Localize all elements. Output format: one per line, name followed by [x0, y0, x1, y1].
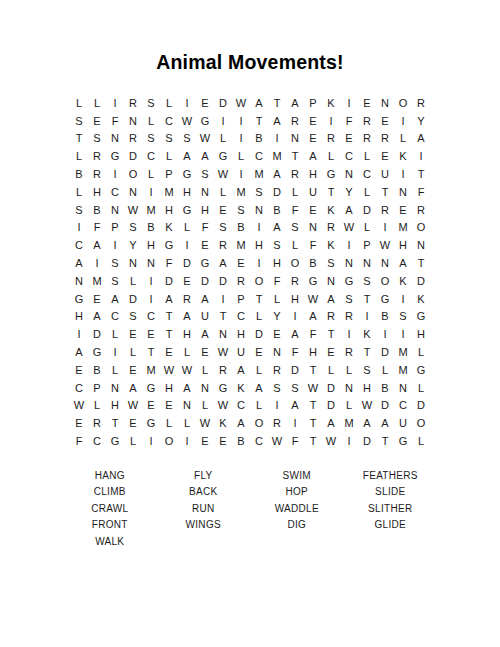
grid-cell[interactable]: N — [124, 183, 142, 201]
grid-cell[interactable]: C — [340, 147, 358, 165]
grid-cell[interactable]: A — [106, 290, 124, 308]
grid-cell[interactable]: T — [322, 325, 340, 343]
grid-cell[interactable]: T — [412, 165, 430, 183]
grid-cell[interactable]: G — [412, 308, 430, 326]
grid-cell[interactable]: B — [304, 254, 322, 272]
grid-cell[interactable]: M — [142, 201, 160, 219]
grid-cell[interactable]: T — [268, 94, 286, 112]
grid-cell[interactable]: L — [160, 414, 178, 432]
grid-cell[interactable]: N — [376, 254, 394, 272]
grid-cell[interactable]: E — [70, 361, 88, 379]
grid-cell[interactable]: O — [412, 219, 430, 237]
grid-cell[interactable]: H — [304, 165, 322, 183]
grid-cell[interactable]: H — [394, 236, 412, 254]
grid-cell[interactable]: D — [376, 343, 394, 361]
grid-cell[interactable]: H — [268, 254, 286, 272]
grid-cell[interactable]: O — [412, 414, 430, 432]
grid-cell[interactable]: H — [286, 290, 304, 308]
grid-cell[interactable]: E — [340, 130, 358, 148]
grid-cell[interactable]: I — [142, 183, 160, 201]
grid-cell[interactable]: L — [250, 397, 268, 415]
grid-cell[interactable]: G — [178, 201, 196, 219]
grid-cell[interactable]: T — [322, 183, 340, 201]
grid-cell[interactable]: I — [394, 325, 412, 343]
grid-cell[interactable]: F — [268, 272, 286, 290]
grid-cell[interactable]: T — [304, 432, 322, 450]
grid-cell[interactable]: A — [70, 343, 88, 361]
grid-cell[interactable]: N — [340, 254, 358, 272]
grid-cell[interactable]: K — [322, 236, 340, 254]
grid-cell[interactable]: A — [232, 414, 250, 432]
grid-cell[interactable]: G — [88, 343, 106, 361]
grid-cell[interactable]: E — [124, 414, 142, 432]
grid-cell[interactable]: W — [178, 112, 196, 130]
grid-cell[interactable]: F — [70, 432, 88, 450]
grid-cell[interactable]: A — [178, 379, 196, 397]
grid-cell[interactable]: E — [160, 397, 178, 415]
grid-cell[interactable]: S — [268, 236, 286, 254]
grid-cell[interactable]: F — [286, 432, 304, 450]
grid-cell[interactable]: A — [322, 290, 340, 308]
grid-cell[interactable]: I — [232, 165, 250, 183]
grid-cell[interactable]: W — [376, 236, 394, 254]
grid-cell[interactable]: A — [304, 147, 322, 165]
grid-cell[interactable]: I — [70, 219, 88, 237]
grid-cell[interactable]: L — [70, 147, 88, 165]
grid-cell[interactable]: M — [394, 343, 412, 361]
grid-cell[interactable]: I — [106, 165, 124, 183]
grid-cell[interactable]: B — [88, 201, 106, 219]
grid-cell[interactable]: H — [160, 201, 178, 219]
grid-cell[interactable]: H — [88, 183, 106, 201]
grid-cell[interactable]: R — [376, 130, 394, 148]
grid-cell[interactable]: A — [286, 397, 304, 415]
grid-cell[interactable]: D — [124, 290, 142, 308]
grid-cell[interactable]: E — [214, 201, 232, 219]
grid-cell[interactable]: W — [124, 397, 142, 415]
grid-cell[interactable]: I — [394, 112, 412, 130]
grid-cell[interactable]: I — [232, 112, 250, 130]
grid-cell[interactable]: G — [178, 165, 196, 183]
grid-cell[interactable]: D — [268, 183, 286, 201]
grid-cell[interactable]: L — [268, 290, 286, 308]
grid-cell[interactable]: W — [160, 361, 178, 379]
grid-cell[interactable]: Y — [268, 308, 286, 326]
grid-cell[interactable]: H — [70, 308, 88, 326]
grid-cell[interactable]: T — [304, 397, 322, 415]
grid-cell[interactable]: S — [70, 201, 88, 219]
grid-cell[interactable]: M — [340, 414, 358, 432]
grid-cell[interactable]: L — [106, 325, 124, 343]
grid-cell[interactable]: I — [340, 94, 358, 112]
grid-cell[interactable]: B — [250, 130, 268, 148]
grid-cell[interactable]: I — [106, 236, 124, 254]
grid-cell[interactable]: M — [232, 236, 250, 254]
grid-cell[interactable]: S — [142, 94, 160, 112]
grid-cell[interactable]: W — [178, 361, 196, 379]
grid-cell[interactable]: C — [232, 397, 250, 415]
grid-cell[interactable]: P — [232, 290, 250, 308]
grid-cell[interactable]: S — [196, 165, 214, 183]
grid-cell[interactable]: E — [304, 130, 322, 148]
grid-cell[interactable]: W — [214, 343, 232, 361]
grid-cell[interactable]: C — [142, 308, 160, 326]
grid-cell[interactable]: E — [160, 343, 178, 361]
grid-cell[interactable]: N — [196, 183, 214, 201]
grid-cell[interactable]: R — [340, 343, 358, 361]
grid-cell[interactable]: M — [232, 183, 250, 201]
grid-cell[interactable]: N — [106, 379, 124, 397]
grid-cell[interactable]: C — [106, 308, 124, 326]
grid-cell[interactable]: S — [358, 361, 376, 379]
grid-cell[interactable]: I — [142, 272, 160, 290]
grid-cell[interactable]: D — [160, 272, 178, 290]
grid-cell[interactable]: S — [250, 183, 268, 201]
grid-cell[interactable]: L — [124, 343, 142, 361]
grid-cell[interactable]: W — [304, 290, 322, 308]
grid-cell[interactable]: W — [268, 432, 286, 450]
grid-cell[interactable]: F — [88, 219, 106, 237]
grid-cell[interactable]: I — [88, 254, 106, 272]
grid-cell[interactable]: M — [250, 165, 268, 183]
grid-cell[interactable]: S — [88, 130, 106, 148]
grid-cell[interactable]: U — [394, 414, 412, 432]
grid-cell[interactable]: F — [106, 112, 124, 130]
grid-cell[interactable]: G — [304, 272, 322, 290]
grid-cell[interactable]: S — [214, 219, 232, 237]
grid-cell[interactable]: I — [232, 130, 250, 148]
grid-cell[interactable]: E — [142, 397, 160, 415]
grid-cell[interactable]: I — [412, 147, 430, 165]
grid-cell[interactable]: F — [304, 325, 322, 343]
grid-cell[interactable]: R — [340, 308, 358, 326]
grid-cell[interactable]: Y — [124, 236, 142, 254]
grid-cell[interactable]: E — [268, 325, 286, 343]
grid-cell[interactable]: A — [178, 308, 196, 326]
grid-cell[interactable]: B — [376, 308, 394, 326]
grid-cell[interactable]: F — [304, 236, 322, 254]
grid-cell[interactable]: L — [358, 183, 376, 201]
grid-cell[interactable]: R — [232, 272, 250, 290]
grid-cell[interactable]: A — [304, 308, 322, 326]
grid-cell[interactable]: N — [268, 343, 286, 361]
grid-cell[interactable]: L — [412, 379, 430, 397]
grid-cell[interactable]: I — [394, 290, 412, 308]
grid-cell[interactable]: N — [250, 201, 268, 219]
grid-cell[interactable]: L — [412, 343, 430, 361]
grid-cell[interactable]: D — [124, 147, 142, 165]
grid-cell[interactable]: L — [286, 236, 304, 254]
grid-cell[interactable]: R — [214, 236, 232, 254]
grid-cell[interactable]: H — [196, 201, 214, 219]
grid-cell[interactable]: L — [142, 112, 160, 130]
grid-cell[interactable]: N — [358, 254, 376, 272]
grid-cell[interactable]: A — [196, 290, 214, 308]
grid-cell[interactable]: W — [232, 94, 250, 112]
grid-cell[interactable]: L — [412, 432, 430, 450]
grid-cell[interactable]: I — [178, 432, 196, 450]
grid-cell[interactable]: L — [88, 397, 106, 415]
grid-cell[interactable]: E — [376, 112, 394, 130]
grid-cell[interactable]: C — [70, 236, 88, 254]
grid-cell[interactable]: G — [394, 432, 412, 450]
grid-cell[interactable]: E — [322, 343, 340, 361]
grid-cell[interactable]: I — [250, 219, 268, 237]
grid-cell[interactable]: M — [394, 361, 412, 379]
grid-cell[interactable]: E — [394, 201, 412, 219]
grid-cell[interactable]: E — [196, 343, 214, 361]
grid-cell[interactable]: L — [358, 147, 376, 165]
grid-cell[interactable]: S — [322, 254, 340, 272]
grid-cell[interactable]: L — [106, 361, 124, 379]
grid-cell[interactable]: G — [340, 272, 358, 290]
grid-cell[interactable]: E — [196, 94, 214, 112]
grid-cell[interactable]: T — [304, 361, 322, 379]
grid-cell[interactable]: R — [268, 414, 286, 432]
grid-cell[interactable]: C — [250, 432, 268, 450]
grid-cell[interactable]: K — [394, 272, 412, 290]
grid-cell[interactable]: E — [304, 201, 322, 219]
grid-cell[interactable]: I — [268, 397, 286, 415]
grid-cell[interactable]: I — [340, 432, 358, 450]
grid-cell[interactable]: W — [304, 379, 322, 397]
grid-cell[interactable]: L — [160, 147, 178, 165]
grid-cell[interactable]: R — [412, 201, 430, 219]
grid-cell[interactable]: K — [322, 201, 340, 219]
grid-cell[interactable]: E — [250, 343, 268, 361]
grid-cell[interactable]: S — [268, 379, 286, 397]
grid-cell[interactable]: I — [106, 94, 124, 112]
grid-cell[interactable]: Y — [412, 112, 430, 130]
grid-cell[interactable]: C — [142, 147, 160, 165]
grid-cell[interactable]: R — [88, 414, 106, 432]
grid-cell[interactable]: R — [412, 94, 430, 112]
grid-cell[interactable]: A — [196, 147, 214, 165]
grid-cell[interactable]: R — [124, 130, 142, 148]
grid-cell[interactable]: L — [70, 183, 88, 201]
grid-cell[interactable]: S — [160, 130, 178, 148]
grid-cell[interactable]: T — [376, 183, 394, 201]
grid-cell[interactable]: T — [250, 112, 268, 130]
grid-cell[interactable]: A — [250, 94, 268, 112]
grid-cell[interactable]: I — [214, 112, 232, 130]
grid-cell[interactable]: F — [160, 254, 178, 272]
grid-cell[interactable]: R — [268, 361, 286, 379]
grid-cell[interactable]: H — [232, 325, 250, 343]
grid-cell[interactable]: S — [286, 379, 304, 397]
grid-cell[interactable]: H — [412, 325, 430, 343]
grid-cell[interactable]: S — [340, 290, 358, 308]
grid-cell[interactable]: R — [286, 165, 304, 183]
grid-cell[interactable]: U — [304, 183, 322, 201]
grid-cell[interactable]: L — [250, 361, 268, 379]
grid-cell[interactable]: O — [160, 432, 178, 450]
grid-cell[interactable]: N — [340, 165, 358, 183]
grid-cell[interactable]: F — [286, 201, 304, 219]
grid-cell[interactable]: W — [214, 397, 232, 415]
grid-cell[interactable]: N — [124, 254, 142, 272]
grid-cell[interactable]: D — [88, 325, 106, 343]
grid-cell[interactable]: D — [412, 397, 430, 415]
grid-cell[interactable]: K — [358, 325, 376, 343]
grid-cell[interactable]: T — [160, 325, 178, 343]
grid-cell[interactable]: I — [376, 325, 394, 343]
grid-cell[interactable]: L — [178, 343, 196, 361]
grid-cell[interactable]: D — [358, 201, 376, 219]
grid-cell[interactable]: S — [142, 130, 160, 148]
grid-cell[interactable]: I — [394, 165, 412, 183]
grid-cell[interactable]: K — [412, 290, 430, 308]
grid-cell[interactable]: I — [70, 325, 88, 343]
grid-cell[interactable]: E — [358, 94, 376, 112]
grid-cell[interactable]: F — [286, 343, 304, 361]
grid-cell[interactable]: N — [412, 236, 430, 254]
grid-cell[interactable]: M — [394, 219, 412, 237]
grid-cell[interactable]: T — [376, 432, 394, 450]
grid-cell[interactable]: H — [358, 379, 376, 397]
grid-cell[interactable]: A — [124, 379, 142, 397]
grid-cell[interactable]: K — [232, 379, 250, 397]
grid-cell[interactable]: I — [214, 290, 232, 308]
grid-cell[interactable]: N — [106, 130, 124, 148]
grid-cell[interactable]: W — [214, 165, 232, 183]
grid-cell[interactable]: M — [88, 272, 106, 290]
grid-cell[interactable]: R — [286, 272, 304, 290]
grid-cell[interactable]: L — [142, 165, 160, 183]
grid-cell[interactable]: I — [340, 236, 358, 254]
grid-cell[interactable]: I — [286, 308, 304, 326]
grid-cell[interactable]: R — [322, 130, 340, 148]
grid-cell[interactable]: C — [160, 112, 178, 130]
grid-cell[interactable]: P — [106, 219, 124, 237]
grid-cell[interactable]: A — [322, 414, 340, 432]
grid-cell[interactable]: N — [304, 219, 322, 237]
grid-cell[interactable]: C — [70, 379, 88, 397]
grid-cell[interactable]: D — [322, 397, 340, 415]
grid-cell[interactable]: R — [178, 290, 196, 308]
grid-cell[interactable]: S — [70, 112, 88, 130]
grid-cell[interactable]: E — [178, 272, 196, 290]
grid-cell[interactable]: L — [340, 361, 358, 379]
grid-cell[interactable]: N — [394, 379, 412, 397]
grid-cell[interactable]: N — [124, 112, 142, 130]
grid-cell[interactable]: A — [268, 165, 286, 183]
grid-cell[interactable]: A — [196, 325, 214, 343]
grid-cell[interactable]: S — [124, 308, 142, 326]
grid-cell[interactable]: A — [376, 414, 394, 432]
grid-cell[interactable]: U — [376, 165, 394, 183]
grid-cell[interactable]: L — [394, 130, 412, 148]
grid-cell[interactable]: N — [196, 379, 214, 397]
grid-cell[interactable]: I — [142, 290, 160, 308]
grid-cell[interactable]: K — [160, 219, 178, 237]
grid-cell[interactable]: L — [322, 147, 340, 165]
grid-cell[interactable]: N — [214, 325, 232, 343]
grid-cell[interactable]: O — [124, 165, 142, 183]
grid-cell[interactable]: A — [178, 147, 196, 165]
grid-cell[interactable]: A — [286, 94, 304, 112]
grid-cell[interactable]: C — [232, 308, 250, 326]
grid-cell[interactable]: R — [376, 201, 394, 219]
grid-cell[interactable]: L — [376, 361, 394, 379]
grid-cell[interactable]: L — [196, 361, 214, 379]
grid-cell[interactable]: G — [214, 379, 232, 397]
grid-cell[interactable]: I — [250, 254, 268, 272]
grid-cell[interactable]: W — [124, 201, 142, 219]
grid-cell[interactable]: M — [160, 183, 178, 201]
grid-cell[interactable]: R — [124, 94, 142, 112]
grid-cell[interactable]: K — [214, 414, 232, 432]
grid-cell[interactable]: G — [142, 379, 160, 397]
grid-cell[interactable]: H — [142, 236, 160, 254]
grid-cell[interactable]: F — [340, 112, 358, 130]
grid-cell[interactable]: T — [358, 290, 376, 308]
grid-cell[interactable]: O — [286, 254, 304, 272]
grid-cell[interactable]: L — [340, 397, 358, 415]
grid-cell[interactable]: T — [214, 308, 232, 326]
grid-cell[interactable]: W — [196, 130, 214, 148]
grid-cell[interactable]: N — [106, 201, 124, 219]
grid-cell[interactable]: A — [88, 308, 106, 326]
grid-cell[interactable]: R — [322, 308, 340, 326]
grid-cell[interactable]: A — [232, 361, 250, 379]
grid-cell[interactable]: R — [214, 361, 232, 379]
grid-cell[interactable]: T — [70, 130, 88, 148]
grid-cell[interactable]: G — [160, 236, 178, 254]
grid-cell[interactable]: S — [358, 272, 376, 290]
grid-cell[interactable]: E — [376, 147, 394, 165]
grid-cell[interactable]: S — [124, 219, 142, 237]
grid-cell[interactable]: E — [196, 432, 214, 450]
grid-cell[interactable]: T — [250, 290, 268, 308]
grid-cell[interactable]: C — [88, 432, 106, 450]
grid-cell[interactable]: E — [214, 432, 232, 450]
grid-cell[interactable]: G — [376, 290, 394, 308]
grid-cell[interactable]: P — [304, 94, 322, 112]
grid-cell[interactable]: O — [250, 414, 268, 432]
grid-cell[interactable]: T — [304, 414, 322, 432]
grid-cell[interactable]: P — [358, 236, 376, 254]
grid-cell[interactable]: B — [232, 432, 250, 450]
grid-cell[interactable]: S — [394, 308, 412, 326]
grid-cell[interactable]: L — [232, 147, 250, 165]
grid-cell[interactable]: L — [214, 130, 232, 148]
grid-cell[interactable]: C — [358, 165, 376, 183]
grid-cell[interactable]: R — [358, 130, 376, 148]
grid-cell[interactable]: F — [196, 219, 214, 237]
grid-cell[interactable]: L — [88, 94, 106, 112]
grid-cell[interactable]: G — [322, 165, 340, 183]
grid-cell[interactable]: I — [322, 112, 340, 130]
grid-cell[interactable]: G — [214, 147, 232, 165]
grid-cell[interactable]: S — [106, 272, 124, 290]
grid-cell[interactable]: D — [178, 254, 196, 272]
grid-cell[interactable]: A — [412, 130, 430, 148]
grid-cell[interactable]: E — [88, 290, 106, 308]
grid-cell[interactable]: R — [358, 112, 376, 130]
grid-cell[interactable]: A — [214, 254, 232, 272]
grid-cell[interactable]: R — [286, 112, 304, 130]
grid-cell[interactable]: E — [232, 254, 250, 272]
grid-cell[interactable]: O — [376, 272, 394, 290]
grid-cell[interactable]: C — [106, 183, 124, 201]
grid-cell[interactable]: G — [196, 112, 214, 130]
grid-cell[interactable]: U — [232, 343, 250, 361]
grid-cell[interactable]: C — [394, 397, 412, 415]
grid-cell[interactable]: P — [88, 379, 106, 397]
grid-cell[interactable]: N — [322, 272, 340, 290]
grid-cell[interactable]: R — [322, 219, 340, 237]
